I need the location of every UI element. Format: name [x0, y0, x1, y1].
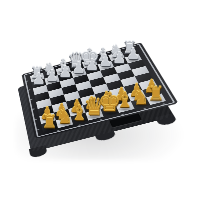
rivet-icon — [78, 124, 81, 126]
rivet-icon — [30, 98, 33, 100]
rivet-icon — [143, 108, 146, 110]
product-photo: ♜♞♝♛♚♝♞♜♟♟♟♟♟♟♟♟♟♟♟♟♟♟♟♟♜♞♝♛♚♝♞♜ — [0, 0, 200, 200]
rivet-icon — [28, 89, 30, 91]
rivet-icon — [35, 119, 38, 121]
rivet-icon — [32, 108, 35, 110]
rivet-icon — [37, 129, 40, 131]
rivet-icon — [57, 130, 60, 132]
rivet-icon — [121, 113, 124, 115]
rivet-icon — [26, 80, 28, 82]
rivet-icon — [162, 103, 165, 105]
rivet-icon — [100, 119, 103, 121]
